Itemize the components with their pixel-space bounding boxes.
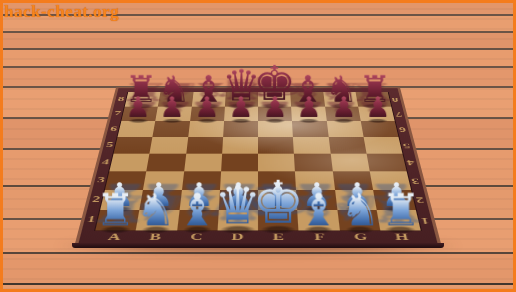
piece-blue-rook[interactable]: ♜ — [380, 187, 420, 232]
watermark-text: hack-cheat.org — [4, 2, 119, 22]
piece-blue-rook[interactable]: ♜ — [95, 187, 135, 232]
piece-red-pawn[interactable]: ♟ — [228, 94, 253, 122]
chess-board: 87654321 87654321 ABCDEFGH ♜♞♝♛♚♝♞♜♟♟♟♟♟… — [75, 87, 442, 245]
piece-red-pawn[interactable]: ♟ — [125, 94, 150, 122]
piece-blue-bishop[interactable]: ♝ — [177, 187, 217, 232]
chess-app-scene: 87654321 87654321 ABCDEFGH ♜♞♝♛♚♝♞♜♟♟♟♟♟… — [0, 0, 516, 292]
piece-red-pawn[interactable]: ♟ — [160, 94, 185, 122]
pieces-layer: ♜♞♝♛♚♝♞♜♟♟♟♟♟♟♟♟♟♟♟♟♟♟♟♟♜♞♝♛♚♝♞♜ — [95, 92, 420, 230]
piece-red-pawn[interactable]: ♟ — [297, 94, 322, 122]
piece-blue-knight[interactable]: ♞ — [136, 187, 176, 232]
piece-red-pawn[interactable]: ♟ — [194, 94, 219, 122]
piece-red-pawn[interactable]: ♟ — [365, 94, 390, 122]
board-side-edge — [72, 243, 444, 248]
piece-blue-knight[interactable]: ♞ — [340, 187, 380, 232]
piece-red-pawn[interactable]: ♟ — [262, 94, 287, 122]
piece-red-pawn[interactable]: ♟ — [331, 94, 356, 122]
piece-blue-king[interactable]: ♚ — [252, 173, 304, 231]
piece-blue-bishop[interactable]: ♝ — [299, 187, 339, 232]
